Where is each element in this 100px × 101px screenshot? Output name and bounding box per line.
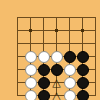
- white-stone[interactable]: [25, 64, 37, 76]
- white-stone[interactable]: [25, 77, 37, 89]
- go-board: △△: [0, 0, 100, 100]
- black-stone[interactable]: [38, 77, 50, 89]
- board-grid[interactable]: △△: [17, 17, 96, 96]
- star-point: [29, 29, 32, 32]
- black-stone[interactable]: [77, 51, 89, 63]
- black-stone[interactable]: [51, 64, 63, 76]
- black-stone[interactable]: [77, 77, 89, 89]
- star-point: [55, 29, 58, 32]
- white-stone[interactable]: [64, 90, 76, 101]
- star-point: [81, 29, 84, 32]
- black-stone[interactable]: [64, 51, 76, 63]
- white-stone[interactable]: [64, 77, 76, 89]
- black-stone[interactable]: [38, 64, 50, 76]
- white-stone[interactable]: [25, 90, 37, 101]
- white-stone[interactable]: [51, 51, 63, 63]
- white-stone[interactable]: [64, 64, 76, 76]
- black-stone[interactable]: [77, 90, 89, 101]
- triangle-mark[interactable]: △: [50, 76, 63, 89]
- triangle-mark[interactable]: △: [50, 89, 63, 100]
- black-stone[interactable]: [38, 90, 50, 101]
- black-stone[interactable]: [77, 64, 89, 76]
- white-stone[interactable]: [25, 51, 37, 63]
- white-stone[interactable]: [38, 51, 50, 63]
